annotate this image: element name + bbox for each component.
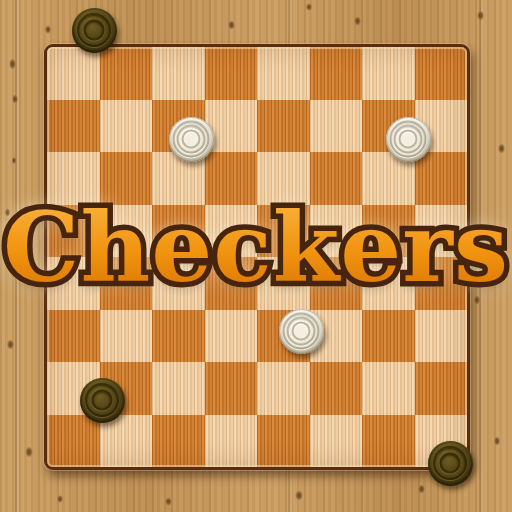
board-square[interactable]	[100, 47, 153, 100]
piece-ring	[292, 322, 311, 341]
wood-knot	[11, 156, 17, 165]
board-square[interactable]	[205, 362, 258, 415]
board-square[interactable]	[47, 257, 100, 310]
board-square[interactable]	[257, 205, 310, 258]
wood-knot	[305, 2, 313, 12]
board-square[interactable]	[100, 152, 153, 205]
board-square[interactable]	[205, 47, 258, 100]
board-square[interactable]	[310, 100, 363, 153]
wood-knot	[6, 338, 15, 351]
wood-knot	[164, 496, 173, 507]
board-square[interactable]	[257, 47, 310, 100]
board-square[interactable]	[362, 415, 415, 468]
piece-ring	[440, 453, 461, 474]
board-square[interactable]	[152, 205, 205, 258]
board-square[interactable]	[47, 415, 100, 468]
board-square[interactable]	[100, 257, 153, 310]
board-square[interactable]	[257, 152, 310, 205]
wood-knot	[24, 445, 34, 459]
wood-knot	[11, 93, 19, 105]
piece-ring	[182, 130, 201, 149]
board-square[interactable]	[310, 362, 363, 415]
board-square[interactable]	[310, 205, 363, 258]
wood-knot	[476, 9, 485, 22]
board-square[interactable]	[47, 310, 100, 363]
board-square[interactable]	[362, 310, 415, 363]
board-square[interactable]	[310, 47, 363, 100]
wood-knot	[417, 483, 426, 495]
wood-knot	[227, 19, 236, 31]
wood-knot	[294, 489, 304, 502]
wood-knot	[56, 494, 64, 504]
wood-knot	[4, 207, 11, 218]
board-square[interactable]	[362, 47, 415, 100]
wood-knot	[13, 224, 21, 236]
board-square[interactable]	[152, 310, 205, 363]
wood-knot	[497, 142, 506, 155]
wood-knot	[493, 435, 501, 447]
checker-piece-dark[interactable]	[80, 378, 125, 423]
board-square[interactable]	[47, 205, 100, 258]
board-square[interactable]	[415, 152, 468, 205]
board-square[interactable]	[205, 152, 258, 205]
board-square[interactable]	[415, 47, 468, 100]
board-square[interactable]	[362, 257, 415, 310]
wood-knot	[8, 57, 17, 71]
board-square[interactable]	[152, 415, 205, 468]
board-square[interactable]	[257, 415, 310, 468]
board-square[interactable]	[362, 205, 415, 258]
checker-piece-dark[interactable]	[72, 8, 117, 53]
board-square[interactable]	[100, 205, 153, 258]
checkers-splash-screen: Checkers Checkers	[0, 0, 512, 512]
wood-knot	[487, 246, 493, 255]
board-square[interactable]	[205, 205, 258, 258]
board-square[interactable]	[362, 362, 415, 415]
board-square[interactable]	[152, 257, 205, 310]
checker-piece-light[interactable]	[386, 117, 431, 162]
board-square[interactable]	[205, 257, 258, 310]
board-square[interactable]	[152, 47, 205, 100]
board-square[interactable]	[47, 152, 100, 205]
piece-ring	[399, 130, 418, 149]
board-square[interactable]	[310, 152, 363, 205]
wood-knot	[44, 24, 52, 35]
board-square[interactable]	[257, 362, 310, 415]
board-square[interactable]	[100, 310, 153, 363]
wood-knot	[473, 294, 481, 306]
board-square[interactable]	[415, 257, 468, 310]
piece-ring	[92, 390, 113, 411]
checker-piece-dark[interactable]	[428, 441, 473, 486]
board-square[interactable]	[415, 362, 468, 415]
wood-knot	[353, 15, 362, 27]
board-square[interactable]	[257, 257, 310, 310]
piece-ring	[84, 20, 105, 41]
board-square[interactable]	[47, 100, 100, 153]
board-square[interactable]	[415, 205, 468, 258]
board-square[interactable]	[415, 310, 468, 363]
board-square[interactable]	[310, 415, 363, 468]
board-square[interactable]	[257, 100, 310, 153]
board-square[interactable]	[152, 362, 205, 415]
board-square[interactable]	[100, 100, 153, 153]
board-square[interactable]	[310, 257, 363, 310]
checker-piece-light[interactable]	[279, 309, 324, 354]
board-square[interactable]	[205, 310, 258, 363]
board-square[interactable]	[205, 415, 258, 468]
checker-piece-light[interactable]	[169, 117, 214, 162]
board-square[interactable]	[47, 47, 100, 100]
